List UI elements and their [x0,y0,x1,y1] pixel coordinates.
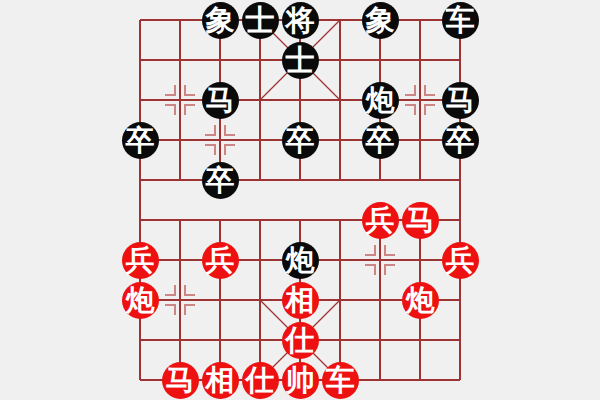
piece-black-horse[interactable]: 马 [442,82,479,119]
piece-black-horse[interactable]: 马 [202,82,239,119]
piece-red-elephant[interactable]: 相 [202,362,239,399]
piece-red-pawn[interactable]: 兵 [362,202,399,239]
piece-black-general[interactable]: 将 [282,2,319,39]
piece-red-elephant[interactable]: 相 [282,282,319,319]
piece-red-chariot[interactable]: 车 [322,362,359,399]
piece-black-elephant[interactable]: 象 [362,2,399,39]
piece-black-pawn[interactable]: 卒 [202,162,239,199]
piece-black-pawn[interactable]: 卒 [362,122,399,159]
piece-black-pawn[interactable]: 卒 [442,122,479,159]
piece-black-chariot[interactable]: 车 [442,2,479,39]
piece-black-advisor[interactable]: 士 [282,42,319,79]
piece-red-horse[interactable]: 马 [162,362,199,399]
piece-black-cannon[interactable]: 炮 [362,82,399,119]
piece-red-pawn[interactable]: 兵 [442,242,479,279]
piece-red-cannon[interactable]: 炮 [402,282,439,319]
board-grid: 象士将象车士马炮马卒卒卒卒卒兵马兵兵炮兵炮相炮仕马相仕帅车 [120,0,480,400]
piece-black-pawn[interactable]: 卒 [122,122,159,159]
xiangqi-board: 象士将象车士马炮马卒卒卒卒卒兵马兵兵炮兵炮相炮仕马相仕帅车 [0,0,600,400]
piece-red-pawn[interactable]: 兵 [122,242,159,279]
piece-black-elephant[interactable]: 象 [202,2,239,39]
piece-black-cannon[interactable]: 炮 [282,242,319,279]
piece-red-horse[interactable]: 马 [402,202,439,239]
piece-red-pawn[interactable]: 兵 [202,242,239,279]
piece-red-king[interactable]: 帅 [282,362,319,399]
piece-red-advisor[interactable]: 仕 [282,322,319,359]
piece-red-cannon[interactable]: 炮 [122,282,159,319]
piece-red-advisor[interactable]: 仕 [242,362,279,399]
piece-black-advisor[interactable]: 士 [242,2,279,39]
piece-black-pawn[interactable]: 卒 [282,122,319,159]
